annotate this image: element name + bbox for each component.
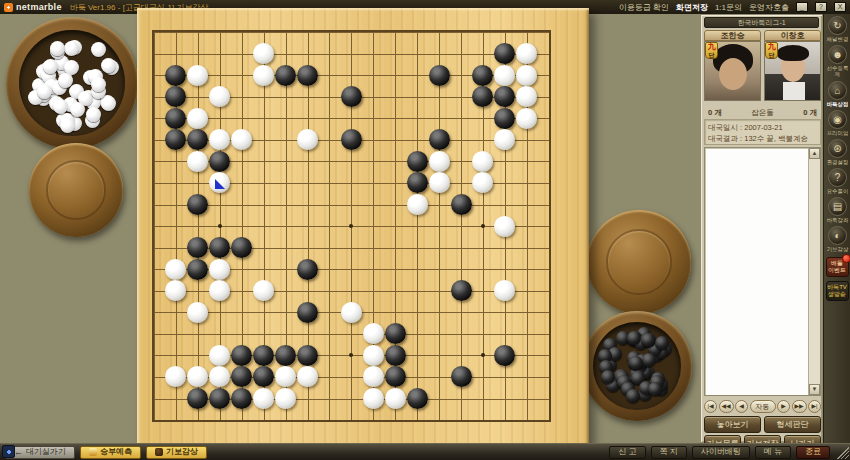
toolbar-item-gear[interactable]: ⊛환경설정 — [824, 139, 850, 166]
toolbar-item-cart[interactable]: ⌂바둑상점 — [824, 81, 850, 108]
star-point — [218, 224, 222, 228]
report-button[interactable]: 신 고 — [609, 446, 645, 459]
black-stone[interactable] — [253, 345, 274, 366]
bottom-button-label: 대기실가기 — [26, 446, 66, 458]
black-stones-in-bowl — [593, 322, 681, 410]
minimize-button[interactable]: _ — [796, 2, 808, 12]
cart-icon: ⌂ — [828, 81, 847, 100]
white-stone[interactable] — [516, 108, 537, 129]
titlebar-menu: 이용등급 확인화면저장1:1문의운영자호출_?X — [619, 2, 846, 13]
white-stone[interactable] — [187, 65, 208, 86]
white-stone[interactable] — [209, 259, 230, 280]
captures-label: 잡은돌 — [751, 108, 774, 118]
book-icon: ▤ — [828, 197, 847, 216]
bowl-black-stone — [626, 389, 640, 403]
estimate-button[interactable]: 형세판단 — [764, 416, 821, 433]
bowl-white-stone — [50, 41, 65, 56]
bottom-bar: ←대기실가기승부예측기보감상신 고쪽 지사이버배팅메 뉴종료 — [0, 443, 850, 460]
exit-button[interactable]: 종료 — [796, 446, 830, 459]
scroll-down-button[interactable]: ▼ — [809, 384, 820, 395]
captures-black: 0 개 — [708, 108, 722, 118]
nav-back-button[interactable]: ◀ — [735, 400, 748, 413]
white-stone[interactable] — [385, 388, 406, 409]
black-stone[interactable] — [429, 129, 450, 150]
netmarble-logo: netmarble — [4, 2, 62, 12]
app-window: netmarble 바둑 Ver1.96 - [고급대국실-1] 기보감상 이용… — [0, 0, 850, 460]
bowl-lid-left — [29, 143, 123, 237]
game-info-panel: 한국바둑리그-1 조한승 九 단 이창호 九 단 — [700, 14, 823, 443]
white-stone[interactable] — [341, 302, 362, 323]
black-stone[interactable] — [407, 151, 428, 172]
black-stone[interactable] — [341, 86, 362, 107]
bowl-black-stone — [627, 331, 641, 345]
bowl-white-stone — [101, 58, 116, 73]
toolbar-item-stones[interactable]: ◐기보감상 — [824, 226, 850, 253]
message-button[interactable]: 쪽 지 — [651, 446, 687, 459]
battle-button-label2: 이벤트 — [827, 267, 848, 274]
bowl-white-stone — [43, 59, 58, 74]
black-stone[interactable] — [165, 65, 186, 86]
white-stone[interactable] — [429, 172, 450, 193]
player-name-black: 조한승 — [704, 30, 761, 41]
white-stone[interactable] — [363, 345, 384, 366]
toolbar-item-stone[interactable]: ◉프리미엄 — [824, 110, 850, 137]
rank-badge-black: 九 단 — [705, 42, 718, 59]
bowl-white-stone — [64, 41, 79, 56]
nav-forward-button[interactable]: ▶ — [777, 400, 790, 413]
go-board[interactable] — [137, 8, 589, 448]
face — [719, 58, 747, 90]
black-stone[interactable] — [451, 280, 472, 301]
toolbar-item-label: 선수등록제 — [825, 66, 849, 79]
white-stone[interactable] — [363, 323, 384, 344]
rank-dan: 단 — [766, 51, 777, 59]
shirt — [783, 82, 805, 101]
white-stone[interactable] — [253, 388, 274, 409]
bowl-white-stone — [60, 118, 75, 133]
white-stone[interactable] — [494, 216, 515, 237]
bowl-black-stone — [655, 336, 669, 350]
bottom-bar-right: 신 고쪽 지사이버배팅메 뉴종료 — [604, 446, 844, 459]
match-info-box: 대국일시 : 2007-03-21 대국결과 : 132수 끝, 백불계승 — [704, 119, 821, 145]
black-stone[interactable] — [494, 108, 515, 129]
titlebar-menu-item[interactable]: 화면저장 — [676, 2, 708, 13]
refresh-icon: ↻ — [828, 16, 847, 35]
rank-kanji: 九 — [766, 43, 777, 51]
logo-text: netmarble — [16, 2, 62, 12]
bowl-white-stone — [91, 77, 106, 92]
black-stone[interactable] — [451, 194, 472, 215]
nav-auto-button[interactable]: 자동 — [750, 400, 776, 413]
titlebar-menu-item[interactable]: 이용등급 확인 — [619, 2, 669, 13]
black-stone[interactable] — [407, 388, 428, 409]
white-stone[interactable] — [429, 151, 450, 172]
bowl-white-stone — [101, 96, 116, 111]
rank-dan: 단 — [706, 51, 717, 59]
coins-icon — [89, 448, 97, 456]
nav-last-button[interactable]: ▶| — [808, 400, 821, 413]
person-icon: ☻ — [828, 45, 847, 64]
nav-fast-forward-button[interactable]: ▶▶ — [792, 400, 807, 413]
tv-button-label2: 생방송 — [827, 291, 848, 298]
black-stone-bowl — [582, 311, 692, 421]
white-stone[interactable] — [187, 302, 208, 323]
captures-row: 0 개 잡은돌 0 개 — [704, 107, 821, 118]
cyber-betting-button[interactable]: 사이버배팅 — [692, 446, 750, 459]
black-stone[interactable] — [451, 366, 472, 387]
bowl-lid-right — [587, 210, 691, 314]
bowl-white-stone — [53, 99, 68, 114]
star-point — [481, 224, 485, 228]
match-result-line: 대국결과 : 132수 끝, 백불계승 — [708, 133, 817, 144]
try-moves-button[interactable]: 놓아보기 — [704, 416, 761, 433]
question-icon: ? — [828, 168, 847, 187]
black-stone[interactable] — [275, 345, 296, 366]
replay-nav-controls: |◀◀◀◀자동▶▶▶▶| — [704, 399, 821, 414]
stone-icon: ◉ — [828, 110, 847, 129]
toolbar-item-person[interactable]: ☻선수등록제 — [824, 45, 850, 79]
black-stone[interactable] — [187, 259, 208, 280]
bowl-black-stone — [642, 353, 656, 367]
black-stone[interactable] — [407, 172, 428, 193]
toolbar-item-label: 바둑상점 — [825, 101, 849, 107]
event-badge-icon — [842, 254, 850, 263]
netmarble-logo-icon — [4, 3, 13, 12]
stones-icon: ◐ — [828, 226, 847, 245]
black-stone[interactable] — [429, 65, 450, 86]
bet-predict-button[interactable]: 승부예측 — [80, 446, 141, 459]
battle-event-button[interactable]: 배틀이벤트 — [826, 257, 849, 277]
bowl-white-stone — [70, 102, 85, 117]
gear-icon: ⊛ — [828, 139, 847, 158]
white-stone[interactable] — [494, 65, 515, 86]
side-toolbar: ↻채널변경☻선수등록제⌂바둑상점◉프리미엄⊛환경설정?묘수풀이▤바둑강좌◐기보감… — [823, 14, 850, 443]
rank-badge-white: 九 단 — [765, 42, 778, 59]
white-stone[interactable] — [407, 194, 428, 215]
back-arrow-icon: ← — [14, 448, 23, 457]
white-stone-bowl — [6, 17, 138, 149]
titlebar-menu-item[interactable]: 1:1문의 — [715, 2, 742, 13]
scroll-up-button[interactable]: ▲ — [809, 148, 820, 159]
black-stone[interactable] — [297, 345, 318, 366]
toolbar-item-label: 기보감상 — [825, 246, 849, 252]
resize-grip[interactable] — [837, 447, 849, 459]
rank-kanji: 九 — [706, 43, 717, 51]
match-date-line: 대국일시 : 2007-03-21 — [708, 122, 817, 133]
menu-button[interactable]: 메 뉴 — [755, 446, 791, 459]
captures-white: 0 개 — [803, 108, 817, 118]
black-stone[interactable] — [297, 259, 318, 280]
black-stone[interactable] — [297, 302, 318, 323]
white-stone[interactable] — [363, 388, 384, 409]
player-name-white: 이창호 — [764, 30, 821, 41]
help-button[interactable]: ? — [815, 2, 827, 12]
baduk-tv-button[interactable]: 바둑TV생방송 — [826, 281, 849, 301]
player-card-black: 조한승 九 단 — [704, 30, 761, 101]
toolbar-item-refresh[interactable]: ↻채널변경 — [824, 16, 850, 43]
close-button[interactable]: X — [834, 2, 846, 12]
white-stones-in-bowl — [19, 30, 125, 136]
black-stone[interactable] — [297, 65, 318, 86]
tv-button-label: 바둑TV — [827, 284, 848, 291]
white-stone[interactable] — [516, 65, 537, 86]
white-stone[interactable] — [275, 388, 296, 409]
hair — [777, 45, 809, 61]
bottom-button-label: 승부예측 — [100, 446, 132, 458]
black-stone[interactable] — [209, 151, 230, 172]
toolbar-item-label: 바둑강좌 — [825, 217, 849, 223]
cup-icon — [155, 448, 163, 456]
player-card-white: 이창호 九 단 — [764, 30, 821, 101]
white-stone[interactable] — [165, 259, 186, 280]
white-stone[interactable] — [187, 108, 208, 129]
nav-fast-back-button[interactable]: ◀◀ — [719, 400, 734, 413]
move-list-box[interactable]: ▲ ▼ — [704, 147, 821, 396]
black-stone[interactable] — [385, 323, 406, 344]
action-buttons-row1: 놓아보기형세판단 — [704, 416, 821, 433]
toolbar-item-label: 프리미엄 — [825, 130, 849, 136]
waiting-room-button[interactable]: ←대기실가기 — [5, 446, 75, 459]
titlebar-menu-item[interactable]: 운영자호출 — [749, 2, 789, 13]
nav-first-button[interactable]: |◀ — [704, 400, 717, 413]
toolbar-item-question[interactable]: ?묘수풀이 — [824, 168, 850, 195]
room-label: 한국바둑리그-1 — [704, 17, 819, 28]
ime-indicator-icon — [2, 445, 15, 458]
toolbar-item-label: 채널변경 — [825, 36, 849, 42]
last-move-marker — [215, 179, 225, 189]
bottom-button-label: 기보감상 — [166, 446, 198, 458]
black-stone[interactable] — [472, 65, 493, 86]
black-stone[interactable] — [385, 345, 406, 366]
record-view-button[interactable]: 기보감상 — [146, 446, 207, 459]
toolbar-item-label: 환경설정 — [825, 159, 849, 165]
toolbar-item-label: 묘수풀이 — [825, 188, 849, 194]
bowl-white-stone — [91, 42, 106, 57]
toolbar-item-book[interactable]: ▤바둑강좌 — [824, 197, 850, 224]
black-stone[interactable] — [275, 65, 296, 86]
white-stone[interactable] — [253, 65, 274, 86]
black-stone[interactable] — [231, 345, 252, 366]
scrollbar[interactable]: ▲ ▼ — [808, 148, 820, 395]
